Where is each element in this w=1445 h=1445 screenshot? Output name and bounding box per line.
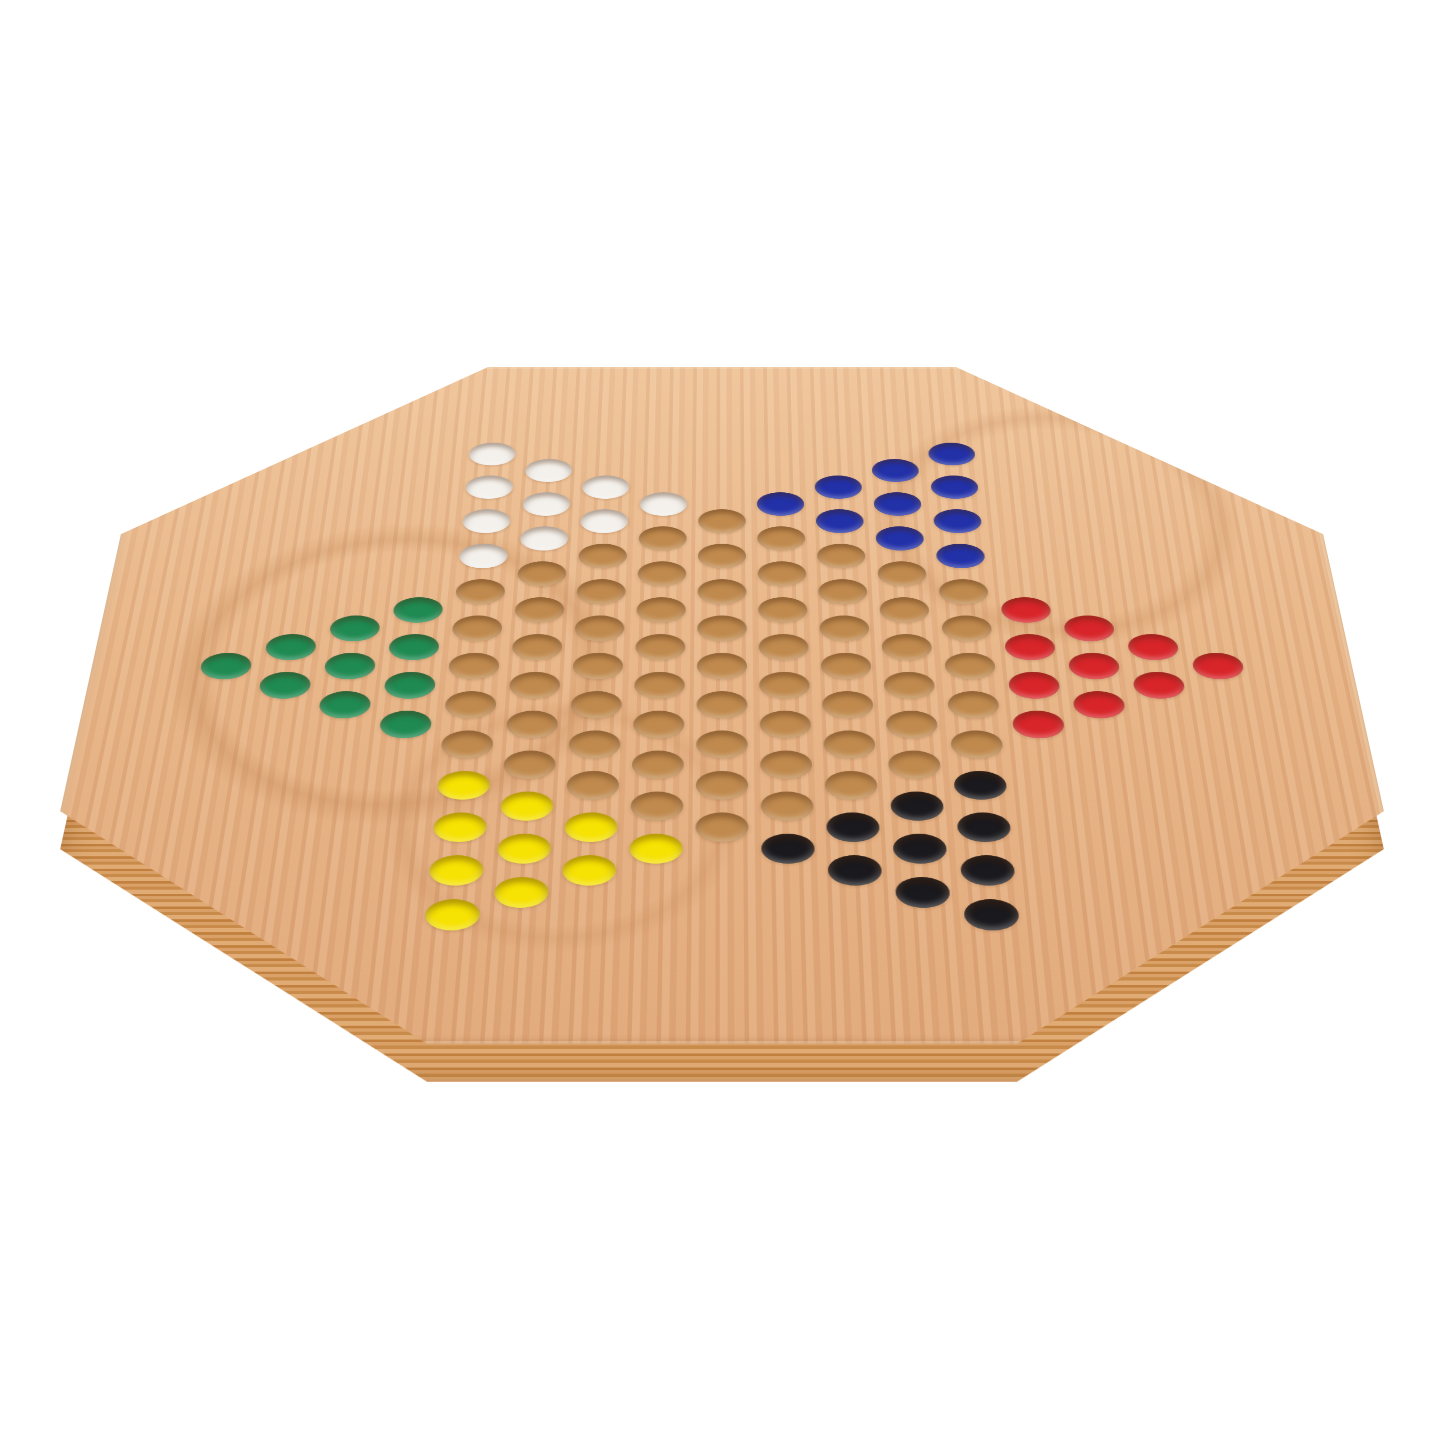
hole-col-3-row9-Y[interactable] <box>500 792 554 821</box>
hole-col-2-row10-Y[interactable] <box>562 855 617 885</box>
hole-col-3-row6[interactable] <box>509 672 561 699</box>
hole-col-3-row8[interactable] <box>503 751 557 779</box>
hole-col-1-row8[interactable] <box>630 792 683 821</box>
hole-col-4-row2-W[interactable] <box>462 509 512 533</box>
hole-col-1-row2[interactable] <box>637 561 686 586</box>
hole-col3-row11-K[interactable] <box>895 877 951 908</box>
hole-col0-row8[interactable] <box>695 812 748 842</box>
hole-col5-row2-R[interactable] <box>1008 672 1061 699</box>
hole-col1-row7[interactable] <box>760 751 812 779</box>
hole-col3-row9-K[interactable] <box>890 792 944 821</box>
hole-col-4-row3-W[interactable] <box>458 544 508 569</box>
hole-col-4-row11-Y[interactable] <box>428 855 484 885</box>
hole-col-5-row0-G[interactable] <box>392 597 444 622</box>
hole-col4-row2-B[interactable] <box>933 509 983 533</box>
hole-col-2-row4[interactable] <box>574 616 624 642</box>
hole-col-3-row0-W[interactable] <box>525 459 573 482</box>
hole-col-1-row0-W[interactable] <box>640 492 688 516</box>
hole-col2-row6[interactable] <box>822 691 874 718</box>
hole-col2-row1-B[interactable] <box>816 509 865 533</box>
hole-col5-row1-R[interactable] <box>1004 634 1056 660</box>
hole-col6-row1-R[interactable] <box>1067 653 1120 679</box>
hole-col2-row3[interactable] <box>818 579 868 604</box>
hole-col5-row3-R[interactable] <box>1011 711 1065 739</box>
hole-col-7-row1-G[interactable] <box>258 672 312 699</box>
hole-col7-row0-R[interactable] <box>1126 634 1180 660</box>
hole-col0-row6[interactable] <box>696 730 748 758</box>
hole-col4-row5[interactable] <box>941 616 993 642</box>
hole-col-4-row7[interactable] <box>444 691 497 718</box>
hole-col-2-row8[interactable] <box>566 771 619 800</box>
hole-col-2-row0-W[interactable] <box>582 476 630 499</box>
hole-col1-row1[interactable] <box>757 526 805 550</box>
hole-col4-row7[interactable] <box>947 691 1000 718</box>
hole-col-3-row3[interactable] <box>517 561 567 586</box>
hole-col0-row4[interactable] <box>697 653 747 679</box>
hole-col3-row4[interactable] <box>879 597 930 622</box>
hole-col1-row8[interactable] <box>761 792 814 821</box>
hole-col1-row0-B[interactable] <box>757 492 805 516</box>
hole-col-5-row2-G[interactable] <box>383 672 436 699</box>
hole-col-5-row1-G[interactable] <box>388 634 440 660</box>
hole-col0-row1[interactable] <box>698 544 746 569</box>
hole-col3-row5[interactable] <box>881 634 932 660</box>
hole-col-4-row12-Y[interactable] <box>424 899 481 930</box>
hole-col-4-row6[interactable] <box>448 653 500 679</box>
hole-col4-row8[interactable] <box>950 730 1004 758</box>
hole-col4-row11-K[interactable] <box>960 855 1016 885</box>
hole-col-1-row4[interactable] <box>635 634 685 660</box>
hole-col3-row6[interactable] <box>883 672 935 699</box>
hole-col8-row0-R[interactable] <box>1191 653 1246 679</box>
hole-col-5-row3-G[interactable] <box>379 711 433 739</box>
hole-col-3-row5[interactable] <box>511 634 562 660</box>
hole-col0-row2[interactable] <box>698 579 747 604</box>
hole-col-2-row6[interactable] <box>570 691 622 718</box>
hole-col1-row9-K[interactable] <box>761 834 815 864</box>
hole-col7-row1-R[interactable] <box>1132 672 1186 699</box>
hole-col-4-row8[interactable] <box>440 730 494 758</box>
hole-col2-row0-B[interactable] <box>814 476 862 499</box>
hole-col-3-row4[interactable] <box>514 597 565 622</box>
hole-col-4-row1-W[interactable] <box>465 476 514 499</box>
hole-col1-row2[interactable] <box>758 561 807 586</box>
hole-col1-row5[interactable] <box>759 672 810 699</box>
hole-col-1-row3[interactable] <box>636 597 686 622</box>
hole-col3-row7[interactable] <box>886 711 939 739</box>
hole-col3-row3[interactable] <box>877 561 927 586</box>
hole-col2-row2[interactable] <box>817 544 866 569</box>
hole-col2-row10-K[interactable] <box>828 855 883 885</box>
hole-col-3-row1-W[interactable] <box>522 492 571 516</box>
hole-col5-row0-R[interactable] <box>1000 597 1052 622</box>
hole-col4-row1-B[interactable] <box>930 476 979 499</box>
hole-col-4-row4[interactable] <box>455 579 506 604</box>
product-photo-scene <box>0 0 1445 1445</box>
hole-col4-row4[interactable] <box>938 579 989 604</box>
hole-col2-row7[interactable] <box>823 730 876 758</box>
hole-col-2-row9-Y[interactable] <box>564 812 618 842</box>
hole-col-6-row1-G[interactable] <box>323 653 376 679</box>
hole-col1-row4[interactable] <box>759 634 809 660</box>
hole-col2-row9-K[interactable] <box>826 812 880 842</box>
hole-col-6-row0-G[interactable] <box>328 616 381 642</box>
hole-col4-row12-K[interactable] <box>963 899 1020 930</box>
hole-col2-row8[interactable] <box>825 771 878 800</box>
hole-col-4-row10-Y[interactable] <box>432 812 487 842</box>
hole-col2-row5[interactable] <box>821 653 872 679</box>
hole-col3-row1-B[interactable] <box>873 492 922 516</box>
hole-col-1-row6[interactable] <box>633 711 685 739</box>
hole-col0-row5[interactable] <box>697 691 748 718</box>
hole-col3-row8[interactable] <box>888 751 942 779</box>
hole-col4-row0-B[interactable] <box>928 443 976 466</box>
hole-col4-row10-K[interactable] <box>956 812 1011 842</box>
hole-col6-row0-R[interactable] <box>1063 616 1116 642</box>
hole-col-3-row2-W[interactable] <box>519 526 568 550</box>
hole-col0-row0[interactable] <box>698 509 746 533</box>
hole-col-2-row1-W[interactable] <box>580 509 629 533</box>
hole-col0-row3[interactable] <box>697 616 747 642</box>
hole-col1-row3[interactable] <box>758 597 808 622</box>
hole-col3-row10-K[interactable] <box>892 834 947 864</box>
hole-col-2-row7[interactable] <box>568 730 621 758</box>
hole-col-1-row1[interactable] <box>638 526 686 550</box>
hole-col-3-row7[interactable] <box>506 711 559 739</box>
hole-col-1-row9-Y[interactable] <box>629 834 683 864</box>
hole-col4-row6[interactable] <box>944 653 996 679</box>
hole-col-4-row5[interactable] <box>451 616 503 642</box>
hole-col-1-row7[interactable] <box>632 751 684 779</box>
hole-col3-row2-B[interactable] <box>875 526 924 550</box>
hole-col-3-row10-Y[interactable] <box>496 834 551 864</box>
hole-col-7-row0-G[interactable] <box>264 634 318 660</box>
hole-col-6-row2-G[interactable] <box>318 691 372 718</box>
hole-col-4-row0-W[interactable] <box>468 443 516 466</box>
hole-col2-row4[interactable] <box>819 616 869 642</box>
hole-col0-row7[interactable] <box>696 771 748 800</box>
hole-col-3-row11-Y[interactable] <box>493 877 549 908</box>
hole-col4-row3-B[interactable] <box>936 544 986 569</box>
hole-col-2-row3[interactable] <box>576 579 626 604</box>
hole-col-1-row5[interactable] <box>634 672 685 699</box>
hole-col-4-row9-Y[interactable] <box>436 771 491 800</box>
hole-col1-row6[interactable] <box>760 711 812 739</box>
hole-col-8-row0-G[interactable] <box>199 653 254 679</box>
hole-col4-row9-K[interactable] <box>953 771 1008 800</box>
hole-col-2-row2[interactable] <box>578 544 627 569</box>
hole-col3-row0-B[interactable] <box>871 459 919 482</box>
hole-col6-row2-R[interactable] <box>1072 691 1126 718</box>
hole-col-2-row5[interactable] <box>572 653 623 679</box>
